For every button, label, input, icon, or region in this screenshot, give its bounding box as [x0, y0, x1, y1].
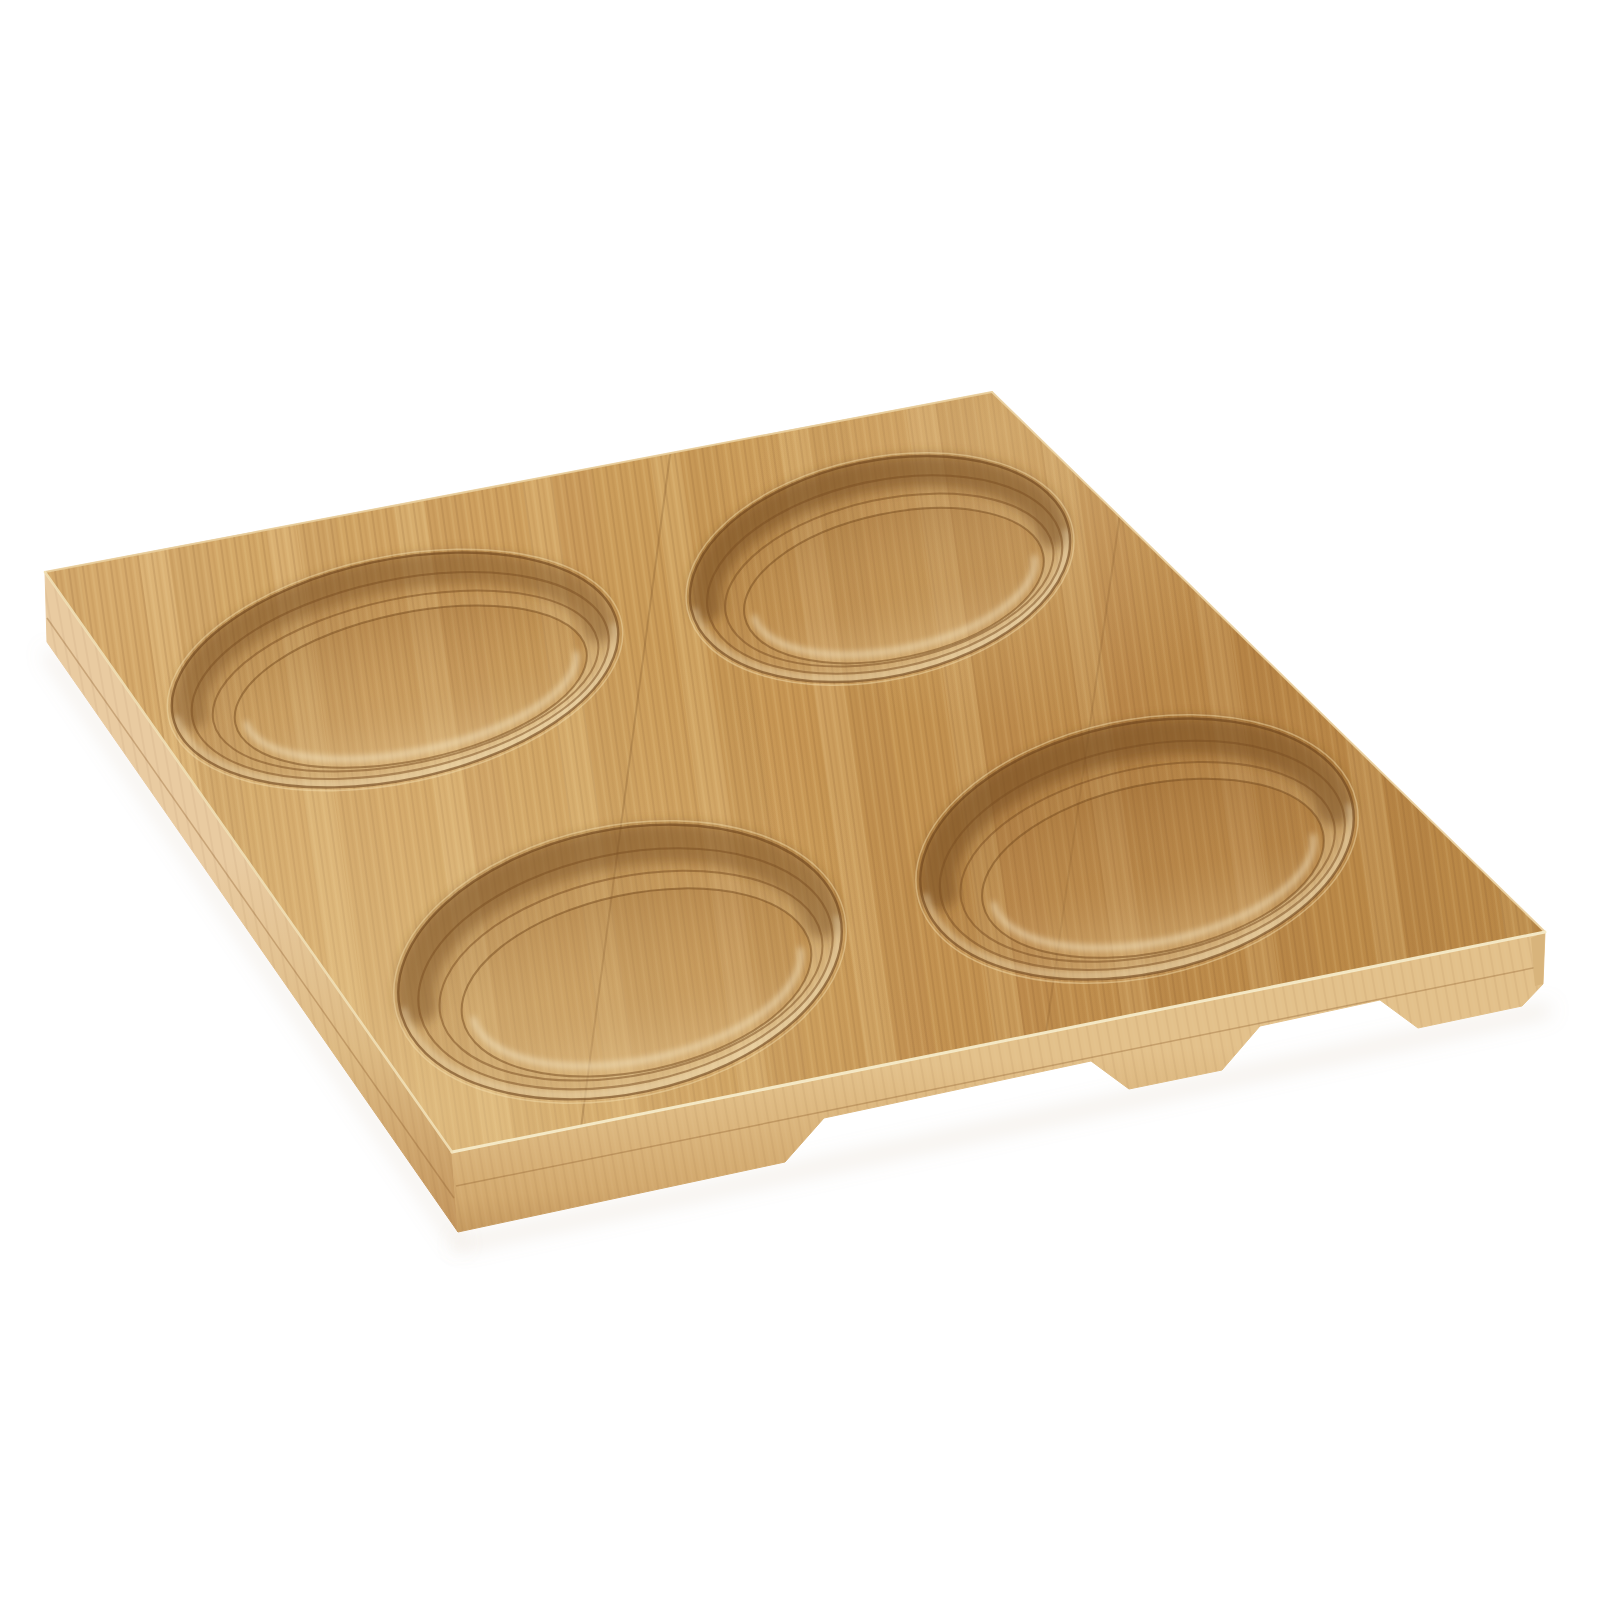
tray-photo-canvas	[0, 0, 1600, 1600]
product-photo-stage: Product photo: square natural bamboo ser…	[0, 0, 1600, 1600]
tray-photo-svg	[0, 0, 1600, 1600]
bamboo-tray-photo: Product photo: square natural bamboo ser…	[0, 0, 1600, 1600]
